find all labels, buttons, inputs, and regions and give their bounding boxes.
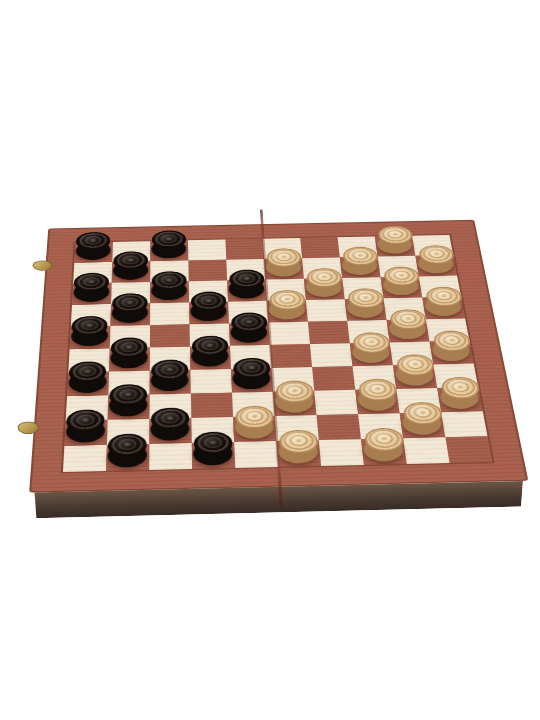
dark-man-r2c2[interactable] — [114, 263, 148, 282]
cell-r7c7[interactable] — [312, 366, 355, 391]
cell-r10c3[interactable] — [149, 443, 192, 470]
cell-r10c4[interactable] — [192, 442, 235, 469]
cell-r8c8[interactable] — [355, 389, 399, 414]
cell-r2c6[interactable] — [264, 258, 304, 279]
cell-r6c2[interactable] — [109, 348, 150, 372]
cell-r1c3[interactable] — [150, 240, 188, 261]
dark-man-r8c2[interactable] — [110, 396, 147, 418]
light-man-r1c9[interactable] — [377, 237, 413, 255]
dark-man-r3c5[interactable] — [230, 281, 265, 300]
dark-man-r10c4[interactable] — [194, 444, 232, 468]
dark-man-r6c2[interactable] — [112, 349, 148, 370]
brass-clasp-top — [31, 259, 55, 272]
dark-man-r3c1[interactable] — [74, 284, 109, 303]
cell-r3c7[interactable] — [304, 278, 345, 300]
perspective-scene — [0, 95, 540, 595]
light-man-r4c8[interactable] — [347, 300, 384, 320]
cell-r4c7[interactable] — [306, 299, 347, 322]
dark-man-r7c1[interactable] — [70, 373, 107, 395]
cell-r8c10[interactable] — [437, 387, 482, 412]
dark-man-r4c2[interactable] — [113, 305, 148, 325]
dark-man-r4c4[interactable] — [192, 303, 227, 323]
cell-r1c5[interactable] — [225, 239, 264, 260]
cell-r2c10[interactable] — [415, 255, 457, 276]
light-man-r2c8[interactable] — [342, 258, 378, 277]
dark-man-r7c3[interactable] — [152, 371, 188, 393]
cell-r3c3[interactable] — [150, 281, 189, 303]
light-man-r8c8[interactable] — [358, 390, 397, 412]
light-man-r6c10[interactable] — [432, 342, 471, 363]
cell-r9c10[interactable] — [441, 411, 487, 437]
brass-clasp-bottom — [17, 420, 41, 435]
cell-r4c8[interactable] — [345, 298, 387, 321]
cell-r9c5[interactable] — [233, 416, 276, 442]
dark-man-r10c2[interactable] — [109, 446, 147, 470]
cell-r8c6[interactable] — [273, 391, 316, 416]
dark-man-r9c3[interactable] — [152, 419, 189, 442]
cell-r8c7[interactable] — [314, 390, 358, 415]
cell-r5c7[interactable] — [308, 321, 350, 344]
cell-r3c9[interactable] — [381, 276, 423, 298]
cell-r7c9[interactable] — [393, 364, 437, 388]
cell-r10c7[interactable] — [319, 439, 364, 466]
light-man-r3c7[interactable] — [306, 279, 342, 298]
cell-r5c5[interactable] — [229, 323, 270, 346]
cell-r9c3[interactable] — [149, 418, 191, 444]
cell-r5c1[interactable] — [70, 326, 111, 349]
light-man-r8c10[interactable] — [440, 389, 480, 411]
light-man-r2c10[interactable] — [418, 256, 455, 275]
cell-r8c4[interactable] — [191, 393, 233, 418]
cell-r9c1[interactable] — [64, 420, 107, 446]
cell-r2c8[interactable] — [340, 257, 381, 278]
cell-r10c1[interactable] — [63, 445, 107, 472]
cell-r10c5[interactable] — [234, 441, 278, 468]
light-man-r3c9[interactable] — [383, 278, 420, 297]
light-man-r9c9[interactable] — [402, 414, 442, 437]
cell-r5c9[interactable] — [387, 319, 430, 342]
cell-r7c3[interactable] — [150, 370, 191, 395]
cell-r7c4[interactable] — [190, 369, 232, 394]
cell-r4c10[interactable] — [422, 297, 465, 320]
cell-r1c4[interactable] — [188, 240, 226, 261]
cell-r6c4[interactable] — [190, 346, 231, 370]
cell-r10c9[interactable] — [403, 437, 449, 464]
cell-r4c6[interactable] — [267, 300, 308, 323]
dark-man-r6c4[interactable] — [192, 347, 228, 368]
dark-man-r3c3[interactable] — [152, 283, 186, 302]
cell-r8c2[interactable] — [108, 394, 150, 419]
cell-r6c8[interactable] — [350, 342, 393, 366]
cell-r2c4[interactable] — [188, 260, 227, 281]
light-man-r8c6[interactable] — [276, 392, 314, 414]
cell-r7c5[interactable] — [231, 368, 273, 393]
cell-r2c2[interactable] — [112, 261, 151, 283]
light-man-r7c9[interactable] — [396, 366, 435, 388]
light-man-r10c8[interactable] — [364, 440, 404, 464]
dark-man-r1c3[interactable] — [153, 242, 186, 260]
board-frame — [29, 220, 528, 493]
dark-man-r5c1[interactable] — [72, 327, 108, 348]
dark-man-r5c5[interactable] — [231, 324, 267, 344]
cell-r10c8[interactable] — [361, 438, 407, 465]
light-man-r2c6[interactable] — [267, 259, 302, 278]
cell-r1c7[interactable] — [300, 237, 340, 258]
cell-r4c2[interactable] — [110, 303, 150, 326]
cell-r10c10[interactable] — [445, 436, 492, 463]
cell-r10c6[interactable] — [277, 440, 322, 467]
cell-r3c1[interactable] — [72, 283, 112, 305]
light-man-r9c5[interactable] — [236, 418, 274, 441]
light-man-r6c8[interactable] — [352, 344, 390, 365]
cell-r9c7[interactable] — [316, 414, 361, 440]
dark-man-r1c1[interactable] — [77, 243, 111, 261]
light-man-r4c10[interactable] — [425, 298, 463, 318]
cell-r6c7[interactable] — [310, 343, 353, 367]
cell-r3c5[interactable] — [227, 280, 267, 302]
dark-man-r7c5[interactable] — [234, 369, 271, 391]
cell-r4c4[interactable] — [189, 302, 229, 325]
cell-r4c3[interactable] — [150, 302, 190, 325]
cell-r10c2[interactable] — [106, 444, 149, 471]
light-man-r10c6[interactable] — [279, 442, 318, 466]
light-man-r5c9[interactable] — [389, 321, 427, 341]
cell-r5c6[interactable] — [268, 322, 309, 345]
cell-r5c3[interactable] — [150, 324, 190, 347]
photo-stage — [0, 0, 540, 720]
cell-r1c9[interactable] — [375, 236, 416, 257]
light-man-r4c6[interactable] — [269, 301, 305, 321]
dark-man-r9c1[interactable] — [67, 421, 105, 444]
cell-r7c1[interactable] — [67, 372, 109, 397]
cell-r1c1[interactable] — [74, 242, 113, 263]
cell-r6c10[interactable] — [430, 341, 474, 365]
cell-r6c6[interactable] — [270, 344, 312, 368]
cell-r9c9[interactable] — [400, 412, 446, 438]
